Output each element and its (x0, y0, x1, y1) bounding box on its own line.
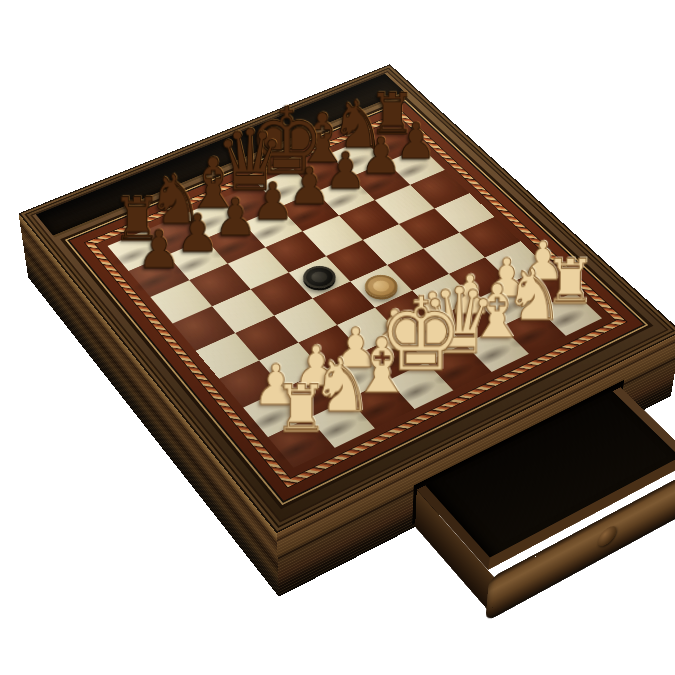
piece-black-pawn[interactable]: ♟ (117, 223, 200, 276)
checker-dark[interactable] (297, 262, 341, 292)
square-a1[interactable]: ♜ (268, 418, 335, 468)
drawer-knob[interactable] (597, 522, 618, 549)
piece-white-rook[interactable]: ♜ (256, 377, 346, 443)
chess-case: ♜♞♝♛♚♝♞♜♟♟♟♟♟♟♟♟♟♟♟♟♟♟♟♟♜♞♝♚♛♝♞♜ (28, 128, 671, 597)
